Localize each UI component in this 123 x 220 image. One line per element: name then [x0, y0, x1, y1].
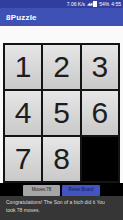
tile-r0c0[interactable]: 1 — [5, 45, 41, 89]
moves-counter-button[interactable]: Moves:78 — [23, 185, 60, 196]
congratulations-toast: Congratulations! The Son of a btch did i… — [0, 196, 123, 220]
tile-r2c1[interactable]: 8 — [43, 137, 79, 181]
buttons-row: Moves:78 Reset Board — [0, 183, 123, 196]
tile-r1c1[interactable]: 5 — [43, 91, 79, 135]
tile-r0c2[interactable]: 3 — [82, 45, 118, 89]
status-bar: 7.06 K/s ◢◢ 54% 4:55 — [0, 0, 123, 8]
battery-percent: 54% — [99, 2, 109, 7]
status-clock: 4:55 — [111, 2, 121, 7]
tile-r0c1[interactable]: 2 — [43, 45, 79, 89]
reset-board-button[interactable]: Reset Board — [62, 185, 100, 196]
8puzzle-app-screen: { "game": "8-puzzle (3x3 sliding tile pu… — [0, 0, 123, 220]
battery-icon — [93, 1, 97, 7]
toast-line-1: Congratulations! The Son of a btch did i… — [6, 199, 123, 207]
signal-icon: ◢◢ — [87, 2, 91, 6]
toast-line-2: took 78 moves. — [6, 207, 123, 215]
bottom-panel: Moves:78 Reset Board Congratulations! Th… — [0, 183, 123, 220]
content-area: 1 2 3 4 5 6 7 8 — [0, 26, 123, 183]
tile-r1c0[interactable]: 4 — [5, 91, 41, 135]
tile-r2c0[interactable]: 7 — [5, 137, 41, 181]
app-bar: 8Puzzle — [0, 8, 123, 26]
tile-r1c2[interactable]: 6 — [82, 91, 118, 135]
network-speed: 7.06 K/s — [67, 2, 85, 7]
app-title: 8Puzzle — [6, 13, 37, 22]
puzzle-board: 1 2 3 4 5 6 7 8 — [3, 43, 120, 183]
board-top-spacer — [0, 26, 123, 43]
tile-r2c2-empty[interactable] — [82, 137, 118, 181]
